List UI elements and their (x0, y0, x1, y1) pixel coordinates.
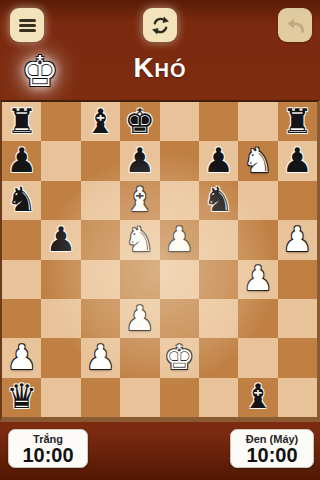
square-c5[interactable] (81, 220, 120, 259)
square-g3[interactable] (238, 299, 277, 338)
piece-white-pawn[interactable]: ♟ (164, 222, 194, 256)
piece-black-knight[interactable]: ♞ (203, 182, 233, 216)
square-f1[interactable] (199, 378, 238, 417)
square-d7[interactable]: ♟ (120, 141, 159, 180)
piece-white-pawn[interactable]: ♟ (282, 222, 312, 256)
clock-black-label: Đen (Máy) (246, 433, 299, 445)
square-c6[interactable] (81, 181, 120, 220)
square-e8[interactable] (160, 102, 199, 141)
square-h3[interactable] (278, 299, 317, 338)
square-f7[interactable]: ♟ (199, 141, 238, 180)
square-h6[interactable] (278, 181, 317, 220)
square-b4[interactable] (41, 260, 80, 299)
square-d5[interactable]: ♞ (120, 220, 159, 259)
clock-white: Trắng 10:00 (8, 429, 88, 468)
clock-black-time: 10:00 (246, 445, 297, 465)
square-a2[interactable]: ♟ (2, 338, 41, 377)
square-h4[interactable] (278, 260, 317, 299)
board-grid: ♜♝♚♜♟♟♟♞♟♞♝♞♟♞♟♟♟♟♟♟♚♛♝ (2, 102, 317, 417)
square-c4[interactable] (81, 260, 120, 299)
square-c3[interactable] (81, 299, 120, 338)
piece-black-knight[interactable]: ♞ (6, 182, 36, 216)
square-f8[interactable] (199, 102, 238, 141)
square-b8[interactable] (41, 102, 80, 141)
square-d2[interactable] (120, 338, 159, 377)
square-h5[interactable]: ♟ (278, 220, 317, 259)
square-d3[interactable]: ♟ (120, 299, 159, 338)
top-bar: ♚ Khó (0, 0, 320, 100)
square-d8[interactable]: ♚ (120, 102, 159, 141)
square-c2[interactable]: ♟ (81, 338, 120, 377)
piece-black-pawn[interactable]: ♟ (46, 222, 76, 256)
piece-black-pawn[interactable]: ♟ (203, 143, 233, 177)
piece-black-queen[interactable]: ♛ (6, 379, 36, 413)
square-h7[interactable]: ♟ (278, 141, 317, 180)
piece-white-pawn[interactable]: ♟ (243, 261, 273, 295)
square-a7[interactable]: ♟ (2, 141, 41, 180)
square-e4[interactable] (160, 260, 199, 299)
piece-black-king[interactable]: ♚ (125, 104, 155, 138)
piece-white-pawn[interactable]: ♟ (125, 301, 155, 335)
square-f2[interactable] (199, 338, 238, 377)
clock-white-time: 10:00 (22, 445, 73, 465)
piece-white-pawn[interactable]: ♟ (85, 340, 115, 374)
square-c7[interactable] (81, 141, 120, 180)
square-c1[interactable] (81, 378, 120, 417)
square-e2[interactable]: ♚ (160, 338, 199, 377)
piece-black-pawn[interactable]: ♟ (6, 143, 36, 177)
square-b5[interactable]: ♟ (41, 220, 80, 259)
square-g2[interactable] (238, 338, 277, 377)
menu-button[interactable] (10, 8, 44, 42)
square-a6[interactable]: ♞ (2, 181, 41, 220)
square-g6[interactable] (238, 181, 277, 220)
square-d6[interactable]: ♝ (120, 181, 159, 220)
square-b7[interactable] (41, 141, 80, 180)
piece-white-pawn[interactable]: ♟ (6, 340, 36, 374)
piece-white-king[interactable]: ♚ (164, 340, 194, 374)
square-h1[interactable] (278, 378, 317, 417)
square-a5[interactable] (2, 220, 41, 259)
square-g4[interactable]: ♟ (238, 260, 277, 299)
square-b6[interactable] (41, 181, 80, 220)
undo-arrow-icon (284, 14, 306, 36)
refresh-icon (150, 15, 171, 36)
square-a4[interactable] (2, 260, 41, 299)
piece-black-bishop[interactable]: ♝ (243, 379, 273, 413)
piece-black-rook[interactable]: ♜ (282, 104, 312, 138)
clock-black: Đen (Máy) 10:00 (230, 429, 314, 468)
square-e3[interactable] (160, 299, 199, 338)
square-f4[interactable] (199, 260, 238, 299)
undo-button[interactable] (278, 8, 312, 42)
square-b2[interactable] (41, 338, 80, 377)
square-h8[interactable]: ♜ (278, 102, 317, 141)
piece-black-bishop[interactable]: ♝ (85, 104, 115, 138)
piece-white-knight[interactable]: ♞ (125, 222, 155, 256)
square-a1[interactable]: ♛ (2, 378, 41, 417)
hamburger-icon (19, 19, 36, 32)
square-c8[interactable]: ♝ (81, 102, 120, 141)
square-h2[interactable] (278, 338, 317, 377)
square-b3[interactable] (41, 299, 80, 338)
square-g1[interactable]: ♝ (238, 378, 277, 417)
square-d1[interactable] (120, 378, 159, 417)
square-a8[interactable]: ♜ (2, 102, 41, 141)
piece-white-knight[interactable]: ♞ (243, 143, 273, 177)
square-e6[interactable] (160, 181, 199, 220)
piece-black-rook[interactable]: ♜ (6, 104, 36, 138)
square-d4[interactable] (120, 260, 159, 299)
chess-board: ♜♝♚♜♟♟♟♞♟♞♝♞♟♞♟♟♟♟♟♟♚♛♝ (0, 100, 320, 422)
piece-black-pawn[interactable]: ♟ (282, 143, 312, 177)
square-g5[interactable] (238, 220, 277, 259)
piece-black-pawn[interactable]: ♟ (125, 143, 155, 177)
square-g8[interactable] (238, 102, 277, 141)
square-b1[interactable] (41, 378, 80, 417)
square-f3[interactable] (199, 299, 238, 338)
square-e1[interactable] (160, 378, 199, 417)
square-f6[interactable]: ♞ (199, 181, 238, 220)
clock-white-label: Trắng (33, 433, 63, 445)
piece-white-bishop[interactable]: ♝ (125, 182, 155, 216)
square-f5[interactable] (199, 220, 238, 259)
square-g7[interactable]: ♞ (238, 141, 277, 180)
square-e7[interactable] (160, 141, 199, 180)
square-e5[interactable]: ♟ (160, 220, 199, 259)
square-a3[interactable] (2, 299, 41, 338)
refresh-button[interactable] (143, 8, 177, 42)
app-root: { "game": "chess", "header": { "title": … (0, 0, 320, 480)
puzzle-title: Khó (0, 52, 320, 84)
